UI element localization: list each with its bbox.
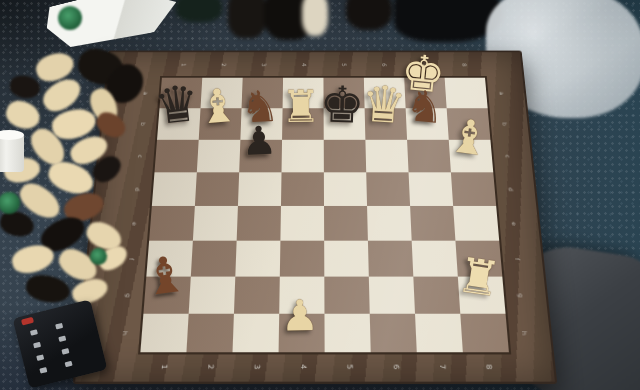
clock-button[interactable] <box>39 367 47 374</box>
square-f5[interactable] <box>324 241 369 277</box>
file-label-right-c: c <box>504 154 510 157</box>
square-g7[interactable] <box>413 277 460 314</box>
square-f7[interactable] <box>412 241 458 277</box>
file-label-right-e: e <box>511 221 517 225</box>
rank-label-top-1: 1 <box>180 63 186 66</box>
file-label-left-h: h <box>122 331 129 335</box>
square-f3[interactable] <box>235 241 280 277</box>
clock-button[interactable] <box>36 354 44 361</box>
file-label-right-f: f <box>514 257 520 259</box>
square-d8[interactable] <box>451 172 496 206</box>
clock-button[interactable] <box>55 323 63 330</box>
piece-white-bishop-c8[interactable]: ♝ <box>445 112 493 164</box>
clock-red-button[interactable] <box>21 317 34 326</box>
rank-label-bottom-2: 2 <box>205 364 213 369</box>
square-h7[interactable] <box>415 314 463 352</box>
square-g3[interactable] <box>234 277 280 314</box>
spare-piece <box>8 74 41 101</box>
rank-label-bottom-5: 5 <box>344 364 352 369</box>
rank-label-bottom-6: 6 <box>390 364 398 369</box>
square-a8[interactable] <box>445 78 488 109</box>
rank-label-top-8: 8 <box>461 63 467 66</box>
rank-label-top-5: 5 <box>341 63 347 66</box>
piece-black-knight-b7[interactable]: ♞ <box>404 84 447 131</box>
rank-label-top-3: 3 <box>260 63 266 66</box>
piece-black-bishop-g1[interactable]: ♝ <box>140 248 191 303</box>
square-c5[interactable] <box>324 140 366 173</box>
green-felt-base <box>90 248 107 265</box>
piece-black-king-b5[interactable]: ♚ <box>319 79 365 130</box>
square-e4[interactable] <box>280 206 324 241</box>
file-label-right-a: a <box>498 91 504 94</box>
clock-button[interactable] <box>65 361 73 368</box>
clock-button[interactable] <box>61 348 69 355</box>
rank-label-top-4: 4 <box>301 63 307 66</box>
square-g6[interactable] <box>369 277 415 314</box>
square-d3[interactable] <box>238 172 282 206</box>
square-g2[interactable] <box>189 277 236 314</box>
piece-white-rook-b4[interactable]: ♜ <box>281 85 321 130</box>
spare-pieces-pile <box>0 44 160 320</box>
background-piece <box>302 0 328 36</box>
square-h2[interactable] <box>186 314 233 352</box>
square-e6[interactable] <box>367 206 412 241</box>
square-d5[interactable] <box>324 172 367 206</box>
file-label-right-d: d <box>507 187 513 191</box>
rank-label-top-6: 6 <box>381 63 387 66</box>
square-d6[interactable] <box>366 172 410 206</box>
square-h6[interactable] <box>370 314 417 352</box>
piece-white-rook-g8[interactable]: ♜ <box>455 250 505 304</box>
tournament-table-photo: chess 1122334455667788aabbccddeeffgghh ♛… <box>0 0 640 390</box>
clock-button[interactable] <box>33 342 41 349</box>
square-d2[interactable] <box>195 172 239 206</box>
square-e3[interactable] <box>237 206 281 241</box>
square-f2[interactable] <box>191 241 237 277</box>
square-f4[interactable] <box>280 241 325 277</box>
square-d4[interactable] <box>281 172 324 206</box>
piece-white-queen-b6[interactable]: ♛ <box>360 79 408 132</box>
square-g5[interactable] <box>324 277 369 314</box>
square-c1[interactable] <box>154 140 198 173</box>
rank-label-bottom-3: 3 <box>251 364 259 369</box>
background-piece <box>346 0 392 30</box>
rank-label-bottom-8: 8 <box>483 364 491 369</box>
file-label-right-g: g <box>517 293 524 297</box>
white-cup <box>0 134 24 172</box>
square-c4[interactable] <box>282 140 324 173</box>
piece-white-bishop-b2[interactable]: ♝ <box>196 81 241 130</box>
file-label-right-h: h <box>521 331 528 335</box>
square-d7[interactable] <box>409 172 454 206</box>
clock-button[interactable] <box>30 329 38 336</box>
square-c6[interactable] <box>365 140 408 173</box>
piece-white-pawn-h4[interactable]: ♟ <box>280 295 319 338</box>
rank-label-top-2: 2 <box>220 63 226 66</box>
file-label-right-b: b <box>501 122 507 125</box>
square-e7[interactable] <box>410 206 455 241</box>
rank-label-bottom-4: 4 <box>298 364 306 369</box>
square-e2[interactable] <box>193 206 238 241</box>
background-piece <box>176 0 222 22</box>
square-c2[interactable] <box>197 140 241 173</box>
rank-label-bottom-1: 1 <box>158 364 166 369</box>
green-felt-base <box>58 6 82 30</box>
clock-button[interactable] <box>58 336 66 343</box>
spare-piece <box>24 272 72 305</box>
square-f6[interactable] <box>368 241 413 277</box>
background-piece <box>228 0 266 38</box>
square-h8[interactable] <box>460 314 509 352</box>
rank-label-bottom-7: 7 <box>437 364 445 369</box>
square-e8[interactable] <box>453 206 499 241</box>
square-h3[interactable] <box>233 314 280 352</box>
piece-black-pawn-c3[interactable]: ♟ <box>240 120 277 161</box>
spare-piece <box>3 97 44 133</box>
square-h5[interactable] <box>324 314 370 352</box>
square-e5[interactable] <box>324 206 368 241</box>
